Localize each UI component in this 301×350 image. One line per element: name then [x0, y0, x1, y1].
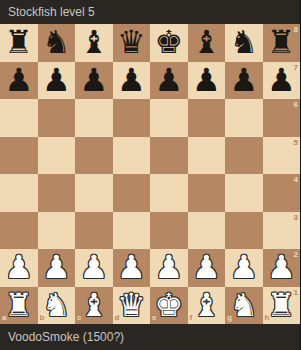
square-f8[interactable]: ♝ — [188, 24, 226, 62]
square-a8[interactable]: ♜ — [0, 24, 38, 62]
square-c7[interactable]: ♟ — [75, 62, 113, 100]
white-pawn[interactable]: ♟ — [42, 249, 71, 287]
square-f1[interactable]: ♝f — [188, 287, 226, 325]
white-knight[interactable]: ♞ — [42, 287, 71, 325]
black-rook[interactable]: ♜ — [267, 24, 296, 62]
rank-label-5: 5 — [294, 139, 298, 147]
black-rook[interactable]: ♜ — [4, 24, 33, 62]
square-e1[interactable]: ♚e — [150, 287, 188, 325]
black-bishop[interactable]: ♝ — [79, 24, 108, 62]
square-e4[interactable] — [150, 174, 188, 212]
square-b2[interactable]: ♟ — [38, 249, 76, 287]
square-g8[interactable]: ♞ — [225, 24, 263, 62]
square-e3[interactable] — [150, 212, 188, 250]
player-name: VoodoSmoke (1500?) — [8, 330, 124, 344]
square-g4[interactable] — [225, 174, 263, 212]
rank-label-3: 3 — [294, 214, 298, 222]
square-f4[interactable] — [188, 174, 226, 212]
square-d8[interactable]: ♛ — [113, 24, 151, 62]
chess-board: ♜♞♝♛♚♝♞♜8♟♟♟♟♟♟♟♟76543♟♟♟♟♟♟♟♟2♜a♞b♝c♛d♚… — [0, 24, 300, 324]
square-h7[interactable]: ♟7 — [263, 62, 301, 100]
square-h2[interactable]: ♟2 — [263, 249, 301, 287]
square-d5[interactable] — [113, 137, 151, 175]
chess-game-widget: Stockfish level 5 ♜♞♝♛♚♝♞♜8♟♟♟♟♟♟♟♟76543… — [0, 0, 300, 350]
rank-label-6: 6 — [294, 101, 298, 109]
square-a5[interactable] — [0, 137, 38, 175]
square-f2[interactable]: ♟ — [188, 249, 226, 287]
black-knight[interactable]: ♞ — [42, 24, 71, 62]
square-d4[interactable] — [113, 174, 151, 212]
rank-label-4: 4 — [294, 176, 298, 184]
square-c5[interactable] — [75, 137, 113, 175]
square-g2[interactable]: ♟ — [225, 249, 263, 287]
white-bishop[interactable]: ♝ — [192, 287, 221, 325]
square-c4[interactable] — [75, 174, 113, 212]
square-c3[interactable] — [75, 212, 113, 250]
black-queen[interactable]: ♛ — [117, 24, 146, 62]
square-g3[interactable] — [225, 212, 263, 250]
square-d7[interactable]: ♟ — [113, 62, 151, 100]
square-a4[interactable] — [0, 174, 38, 212]
square-c2[interactable]: ♟ — [75, 249, 113, 287]
square-d1[interactable]: ♛d — [113, 287, 151, 325]
player-bar: VoodoSmoke (1500?) — [0, 324, 300, 350]
white-rook[interactable]: ♜ — [267, 287, 296, 325]
square-f7[interactable]: ♟ — [188, 62, 226, 100]
opponent-bar: Stockfish level 5 — [0, 0, 300, 24]
white-pawn[interactable]: ♟ — [267, 249, 296, 287]
white-pawn[interactable]: ♟ — [229, 249, 258, 287]
square-a2[interactable]: ♟ — [0, 249, 38, 287]
square-e8[interactable]: ♚ — [150, 24, 188, 62]
square-c6[interactable] — [75, 99, 113, 137]
black-pawn[interactable]: ♟ — [192, 62, 221, 100]
square-g6[interactable] — [225, 99, 263, 137]
black-bishop[interactable]: ♝ — [192, 24, 221, 62]
square-d2[interactable]: ♟ — [113, 249, 151, 287]
square-f6[interactable] — [188, 99, 226, 137]
black-pawn[interactable]: ♟ — [229, 62, 258, 100]
square-c8[interactable]: ♝ — [75, 24, 113, 62]
square-e7[interactable]: ♟ — [150, 62, 188, 100]
square-d6[interactable] — [113, 99, 151, 137]
black-king[interactable]: ♚ — [154, 24, 183, 62]
square-g5[interactable] — [225, 137, 263, 175]
white-king[interactable]: ♚ — [154, 287, 183, 325]
square-e5[interactable] — [150, 137, 188, 175]
square-f3[interactable] — [188, 212, 226, 250]
square-h8[interactable]: ♜8 — [263, 24, 301, 62]
black-knight[interactable]: ♞ — [229, 24, 258, 62]
square-e6[interactable] — [150, 99, 188, 137]
black-pawn[interactable]: ♟ — [154, 62, 183, 100]
black-pawn[interactable]: ♟ — [267, 62, 296, 100]
square-b8[interactable]: ♞ — [38, 24, 76, 62]
white-queen[interactable]: ♛ — [117, 287, 146, 325]
square-h5[interactable]: 5 — [263, 137, 301, 175]
white-rook[interactable]: ♜ — [4, 287, 33, 325]
square-h6[interactable]: 6 — [263, 99, 301, 137]
black-pawn[interactable]: ♟ — [4, 62, 33, 100]
white-pawn[interactable]: ♟ — [4, 249, 33, 287]
white-knight[interactable]: ♞ — [229, 287, 258, 325]
square-h4[interactable]: 4 — [263, 174, 301, 212]
square-h3[interactable]: 3 — [263, 212, 301, 250]
square-f5[interactable] — [188, 137, 226, 175]
square-g7[interactable]: ♟ — [225, 62, 263, 100]
white-pawn[interactable]: ♟ — [79, 249, 108, 287]
black-pawn[interactable]: ♟ — [117, 62, 146, 100]
square-b7[interactable]: ♟ — [38, 62, 76, 100]
square-a1[interactable]: ♜a — [0, 287, 38, 325]
square-b3[interactable] — [38, 212, 76, 250]
square-h1[interactable]: ♜1h — [263, 287, 301, 325]
black-pawn[interactable]: ♟ — [79, 62, 108, 100]
white-pawn[interactable]: ♟ — [154, 249, 183, 287]
white-pawn[interactable]: ♟ — [192, 249, 221, 287]
square-a3[interactable] — [0, 212, 38, 250]
square-g1[interactable]: ♞g — [225, 287, 263, 325]
square-b4[interactable] — [38, 174, 76, 212]
square-a6[interactable] — [0, 99, 38, 137]
square-c1[interactable]: ♝c — [75, 287, 113, 325]
white-bishop[interactable]: ♝ — [79, 287, 108, 325]
white-pawn[interactable]: ♟ — [117, 249, 146, 287]
square-b6[interactable] — [38, 99, 76, 137]
square-e2[interactable]: ♟ — [150, 249, 188, 287]
square-b1[interactable]: ♞b — [38, 287, 76, 325]
square-a7[interactable]: ♟ — [0, 62, 38, 100]
square-d3[interactable] — [113, 212, 151, 250]
opponent-name: Stockfish level 5 — [8, 5, 95, 19]
black-pawn[interactable]: ♟ — [42, 62, 71, 100]
square-b5[interactable] — [38, 137, 76, 175]
